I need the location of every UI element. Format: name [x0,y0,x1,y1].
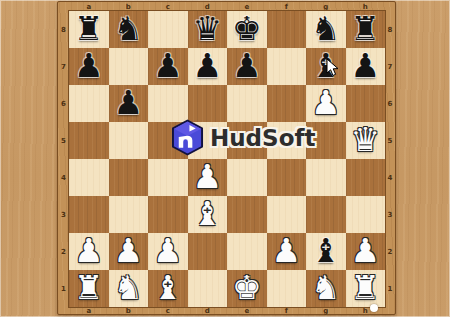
square-f8[interactable] [267,11,307,48]
white-queen[interactable]: ♛ [350,123,380,156]
square-a6[interactable] [69,85,109,122]
square-f1[interactable] [267,270,307,307]
black-pawn[interactable]: ♟ [192,49,222,82]
white-knight[interactable]: ♞ [311,271,341,304]
square-a2[interactable]: ♟ [69,233,109,270]
black-king[interactable]: ♚ [232,12,262,45]
square-g5[interactable] [306,122,346,159]
square-a5[interactable] [69,122,109,159]
square-c4[interactable] [148,159,188,196]
square-f5[interactable] [267,122,307,159]
square-a7[interactable]: ♟ [69,48,109,85]
black-queen[interactable]: ♛ [192,12,222,45]
chess-board: ♜♞♛♚♞♜♟♟♟♟♝♟♟♟♛♟♝♟♟♟♟♝♟♜♞♝♚♞♜ [69,11,385,307]
square-g1[interactable]: ♞ [306,270,346,307]
square-b6[interactable]: ♟ [109,85,149,122]
file-labels-bottom: abcdefgh [69,306,385,315]
square-f6[interactable] [267,85,307,122]
square-e1[interactable]: ♚ [227,270,267,307]
file-label-h: h [346,306,386,315]
square-g3[interactable] [306,196,346,233]
square-c5[interactable] [148,122,188,159]
rank-label-4: 4 [385,159,395,196]
square-g8[interactable]: ♞ [306,11,346,48]
rank-label-3: 3 [385,196,395,233]
square-f2[interactable]: ♟ [267,233,307,270]
white-pawn[interactable]: ♟ [153,234,183,267]
file-label-e: e [227,306,267,315]
black-pawn[interactable]: ♟ [74,49,104,82]
white-knight[interactable]: ♞ [113,271,143,304]
rank-label-3: 3 [58,196,69,233]
file-label-a: a [69,306,109,315]
square-b4[interactable] [109,159,149,196]
square-c3[interactable] [148,196,188,233]
rank-label-6: 6 [385,85,395,122]
square-a3[interactable] [69,196,109,233]
white-rook[interactable]: ♜ [74,271,104,304]
square-b5[interactable] [109,122,149,159]
square-h6[interactable] [346,85,386,122]
square-c8[interactable] [148,11,188,48]
black-pawn[interactable]: ♟ [350,49,380,82]
black-rook[interactable]: ♜ [74,12,104,45]
square-a1[interactable]: ♜ [69,270,109,307]
chess-board-frame: abcdefgh abcdefgh 87654321 87654321 ♜♞♛♚… [57,1,396,315]
file-label-f: f [267,2,307,11]
rank-label-7: 7 [385,48,395,85]
black-knight[interactable]: ♞ [311,12,341,45]
rank-label-7: 7 [58,48,69,85]
page-background: abcdefgh abcdefgh 87654321 87654321 ♜♞♛♚… [0,0,450,317]
square-d5[interactable] [188,122,228,159]
file-label-c: c [148,2,188,11]
white-pawn[interactable]: ♟ [271,234,301,267]
square-e7[interactable]: ♟ [227,48,267,85]
square-e2[interactable] [227,233,267,270]
square-h1[interactable]: ♜ [346,270,386,307]
square-g2[interactable]: ♝ [306,233,346,270]
square-f3[interactable] [267,196,307,233]
white-bishop[interactable]: ♝ [153,271,183,304]
white-bishop[interactable]: ♝ [192,197,222,230]
file-label-g: g [306,306,346,315]
white-rook[interactable]: ♜ [350,271,380,304]
rank-labels-left: 87654321 [58,11,69,307]
rank-label-1: 1 [385,270,395,307]
square-e3[interactable] [227,196,267,233]
square-h7[interactable]: ♟ [346,48,386,85]
rank-label-2: 2 [385,233,395,270]
square-d8[interactable]: ♛ [188,11,228,48]
file-label-b: b [109,306,149,315]
square-b3[interactable] [109,196,149,233]
square-d3[interactable]: ♝ [188,196,228,233]
white-king[interactable]: ♚ [232,271,262,304]
square-b2[interactable]: ♟ [109,233,149,270]
black-bishop[interactable]: ♝ [311,234,341,267]
square-e8[interactable]: ♚ [227,11,267,48]
black-pawn[interactable]: ♟ [153,49,183,82]
square-b8[interactable]: ♞ [109,11,149,48]
square-b1[interactable]: ♞ [109,270,149,307]
turn-indicator-dot [370,304,378,312]
rank-label-8: 8 [385,11,395,48]
square-a8[interactable]: ♜ [69,11,109,48]
square-d1[interactable] [188,270,228,307]
square-e5[interactable] [227,122,267,159]
square-c1[interactable]: ♝ [148,270,188,307]
square-h5[interactable]: ♛ [346,122,386,159]
file-label-d: d [188,306,228,315]
square-d7[interactable]: ♟ [188,48,228,85]
white-pawn[interactable]: ♟ [350,234,380,267]
square-g4[interactable] [306,159,346,196]
white-pawn[interactable]: ♟ [113,234,143,267]
square-d2[interactable] [188,233,228,270]
square-a4[interactable] [69,159,109,196]
rank-label-1: 1 [58,270,69,307]
square-g6[interactable]: ♟ [306,85,346,122]
white-pawn[interactable]: ♟ [74,234,104,267]
square-h3[interactable] [346,196,386,233]
square-h2[interactable]: ♟ [346,233,386,270]
white-pawn[interactable]: ♟ [311,86,341,119]
black-pawn[interactable]: ♟ [232,49,262,82]
square-c7[interactable]: ♟ [148,48,188,85]
square-h8[interactable]: ♜ [346,11,386,48]
square-d6[interactable] [188,85,228,122]
square-f7[interactable] [267,48,307,85]
square-d4[interactable]: ♟ [188,159,228,196]
white-pawn[interactable]: ♟ [192,160,222,193]
black-knight[interactable]: ♞ [113,12,143,45]
mouse-cursor-icon [326,58,339,77]
square-c2[interactable]: ♟ [148,233,188,270]
rank-label-8: 8 [58,11,69,48]
square-c6[interactable] [148,85,188,122]
rank-label-2: 2 [58,233,69,270]
black-pawn[interactable]: ♟ [113,86,143,119]
square-e4[interactable] [227,159,267,196]
rank-labels-right: 87654321 [385,11,395,307]
black-rook[interactable]: ♜ [350,12,380,45]
rank-label-6: 6 [58,85,69,122]
file-label-f: f [267,306,307,315]
square-b7[interactable] [109,48,149,85]
square-h4[interactable] [346,159,386,196]
rank-label-5: 5 [385,122,395,159]
rank-label-5: 5 [58,122,69,159]
rank-label-4: 4 [58,159,69,196]
square-e6[interactable] [227,85,267,122]
square-f4[interactable] [267,159,307,196]
file-label-c: c [148,306,188,315]
